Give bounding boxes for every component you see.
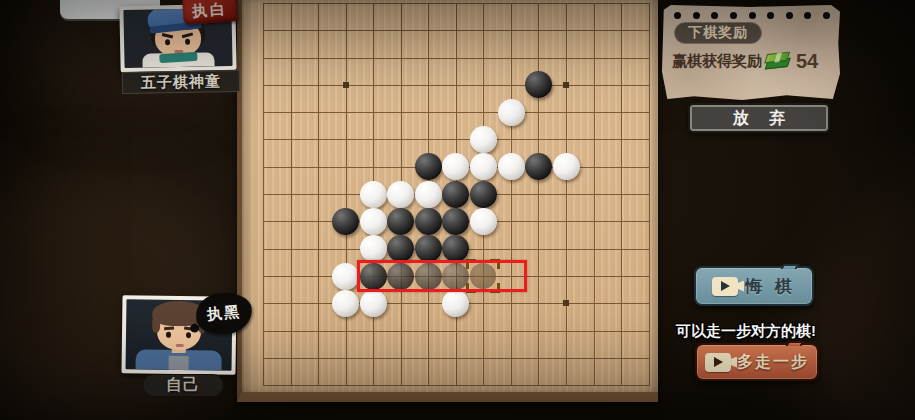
white-stone (360, 235, 387, 262)
black-stone (415, 235, 442, 262)
black-stone (387, 208, 414, 235)
black-stone (442, 181, 469, 208)
undo-move-label: 悔 棋 (745, 275, 796, 298)
white-stone (442, 290, 469, 317)
video-ad-icon (712, 277, 738, 296)
give-up-button[interactable]: 放 弃 (688, 103, 830, 133)
reward-amount: 54 (796, 50, 818, 73)
white-stone (470, 208, 497, 235)
plays-white-banner: 执白 (182, 0, 238, 25)
black-stone (415, 208, 442, 235)
black-stone (470, 181, 497, 208)
white-stone (470, 153, 497, 180)
white-stone (498, 99, 525, 126)
five-in-row-highlight (357, 260, 527, 292)
white-stone (332, 263, 359, 290)
gomoku-board[interactable] (237, 0, 658, 402)
reward-panel: 下棋奖励 赢棋获得奖励 54 (662, 5, 840, 100)
button-notch (786, 341, 805, 346)
white-stone (415, 181, 442, 208)
white-stone (387, 181, 414, 208)
black-stone (415, 153, 442, 180)
white-stone (360, 290, 387, 317)
white-stone (360, 181, 387, 208)
undo-move-button[interactable]: 悔 棋 (694, 266, 814, 306)
button-notch (781, 264, 800, 269)
extra-step-label: 多走一步 (737, 352, 809, 373)
star-point (563, 300, 569, 306)
money-stack-icon (763, 49, 793, 74)
reward-desc: 赢棋获得奖励 (672, 52, 762, 71)
opponent-name: 五子棋神童 (122, 70, 240, 94)
star-point (563, 82, 569, 88)
extra-step-button[interactable]: 多走一步 (695, 343, 819, 381)
star-point (343, 82, 349, 88)
white-stone (332, 290, 359, 317)
reward-title-badge: 下棋奖励 (674, 22, 762, 44)
white-stone (553, 153, 580, 180)
gomoku-game-screen: 执白 五子棋神童 执黑 自己 下棋奖励 赢棋获得奖励 54 放 弃 (0, 0, 915, 420)
black-stone (332, 208, 359, 235)
extra-step-hint: 可以走一步对方的棋! (660, 322, 832, 341)
white-stone (498, 153, 525, 180)
video-ad-icon (705, 353, 731, 372)
self-name: 自己 (142, 374, 224, 397)
paper-punch-holes (674, 12, 830, 19)
white-stone (360, 208, 387, 235)
white-stone (470, 126, 497, 153)
black-stone (442, 208, 469, 235)
